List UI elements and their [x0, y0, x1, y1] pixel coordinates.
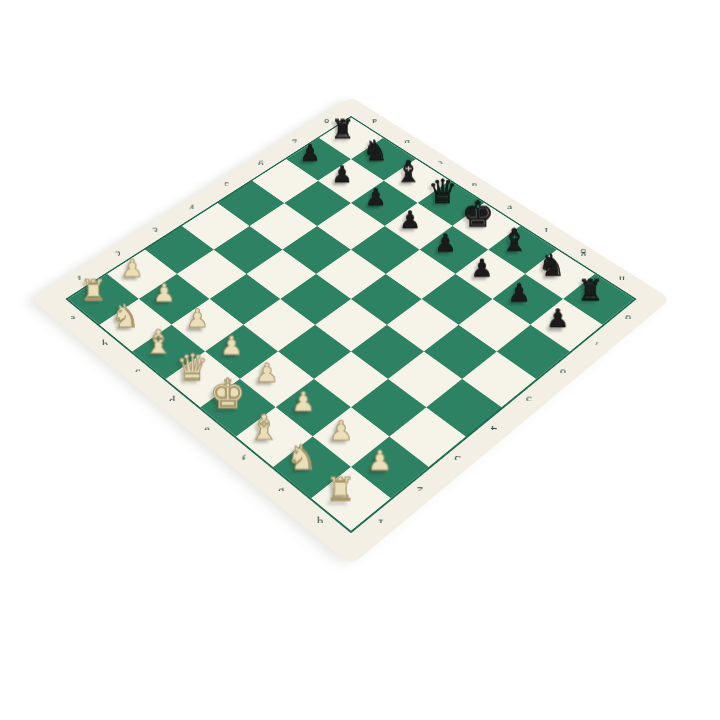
- chess-board-mat: abcdefgh8♜♞♝♛♚♝♞♜87♟♟♟♟♟♟♟♟7665544332♟♟♟…: [31, 97, 670, 566]
- square-g8: ♞: [525, 250, 595, 299]
- rank-label-4-left-text: 4: [189, 201, 195, 215]
- file-label-b-bottom-text: b: [102, 337, 108, 352]
- mat-corner: [330, 531, 372, 566]
- square-f3: [314, 351, 388, 407]
- rank-label-5-left-text: 5: [224, 179, 230, 193]
- rank-label-6-right-text: 6: [560, 364, 566, 380]
- rank-label-3-right-text: 3: [455, 451, 462, 467]
- file-label-e-bottom-text: e: [205, 421, 211, 437]
- white-pawn: ♟: [241, 360, 294, 386]
- file-label-d-top-text: d: [472, 179, 478, 193]
- rank-label-3-left-text: 3: [153, 224, 159, 238]
- file-label-a-bottom-text: a: [71, 311, 76, 326]
- rank-label-2-right-text: 2: [417, 482, 424, 499]
- white-pawn: ♟: [139, 281, 189, 306]
- black-pawn: ♟: [457, 256, 506, 281]
- rank-label-6-left-text: 6: [259, 157, 265, 171]
- rank-label-7-left-text: 7: [292, 136, 297, 150]
- file-label-c-bottom-text: c: [136, 364, 142, 380]
- rank-label-4-right-text: 4: [491, 421, 497, 437]
- file-label-e-top-text: e: [508, 201, 513, 215]
- rank-label-2-left-text: 2: [115, 248, 121, 263]
- file-label-a-top-text: a: [373, 116, 378, 129]
- file-label-f-top-text: f: [545, 224, 549, 238]
- rank-label-1-right-text: 1: [378, 514, 385, 531]
- rank-label-1-left-text: 1: [77, 272, 83, 287]
- file-label-f-bottom-text: f: [242, 451, 246, 467]
- rank-label-8-right-text: 8: [626, 311, 632, 326]
- rank-label-8-left-text: 8: [324, 116, 329, 129]
- file-label-b-top-text: b: [405, 136, 410, 150]
- file-label-g-top-text: g: [581, 248, 587, 263]
- rank-label-5-right-text: 5: [526, 392, 532, 408]
- file-label-h-top-text: h: [619, 272, 625, 287]
- product-photo-canvas: abcdefgh8♜♞♝♛♚♝♞♜87♟♟♟♟♟♟♟♟7665544332♟♟♟…: [0, 0, 720, 720]
- file-label-d-bottom-text: d: [169, 392, 175, 408]
- rank-label-7-right-text: 7: [593, 337, 599, 352]
- file-label-h-bottom-text: h: [317, 514, 324, 531]
- file-label-c-top-text: c: [438, 157, 443, 171]
- black-pawn: ♟: [532, 306, 583, 331]
- file-label-g-bottom-text: g: [278, 482, 285, 499]
